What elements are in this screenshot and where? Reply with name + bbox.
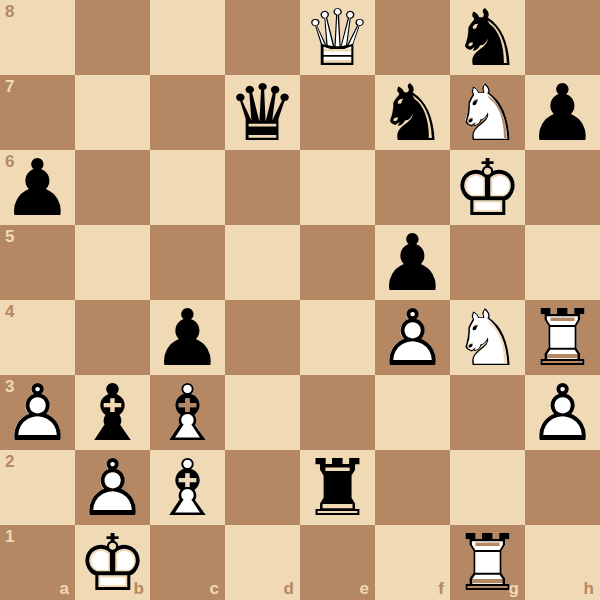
square-a2[interactable]: 2	[0, 450, 75, 525]
square-c3[interactable]: ♝♗	[150, 375, 225, 450]
white-knight-g7[interactable]: ♞♘	[450, 75, 525, 150]
square-g3[interactable]	[450, 375, 525, 450]
square-b6[interactable]	[75, 150, 150, 225]
piece-fill-glyph: ♟	[0, 150, 75, 225]
square-c2[interactable]: ♝♗	[150, 450, 225, 525]
rank-label-7: 7	[5, 78, 14, 95]
white-pawn-f4[interactable]: ♟♙	[375, 300, 450, 375]
square-c5[interactable]	[150, 225, 225, 300]
square-h3[interactable]: ♟♙	[525, 375, 600, 450]
square-h5[interactable]	[525, 225, 600, 300]
black-bishop-b3[interactable]: ♝	[75, 375, 150, 450]
square-e3[interactable]	[300, 375, 375, 450]
square-e8[interactable]: ♛♕	[300, 0, 375, 75]
square-b3[interactable]: ♝	[75, 375, 150, 450]
piece-outline-glyph: ♙	[375, 300, 450, 375]
rank-label-5: 5	[5, 228, 14, 245]
square-f1[interactable]: f	[375, 525, 450, 600]
piece-outline-glyph: ♖	[525, 300, 600, 375]
square-g2[interactable]	[450, 450, 525, 525]
square-e7[interactable]	[300, 75, 375, 150]
file-label-d: d	[284, 580, 294, 597]
square-a3[interactable]: 3♟♙	[0, 375, 75, 450]
square-g6[interactable]: ♚♔	[450, 150, 525, 225]
file-label-a: a	[60, 580, 69, 597]
square-e6[interactable]	[300, 150, 375, 225]
square-a4[interactable]: 4	[0, 300, 75, 375]
rank-label-1: 1	[5, 528, 14, 545]
black-rook-e2[interactable]: ♜	[300, 450, 375, 525]
black-pawn-a6[interactable]: ♟	[0, 150, 75, 225]
white-bishop-c3[interactable]: ♝♗	[150, 375, 225, 450]
file-label-c: c	[210, 580, 219, 597]
square-a1[interactable]: 1a	[0, 525, 75, 600]
piece-outline-glyph: ♔	[75, 525, 150, 600]
square-e4[interactable]	[300, 300, 375, 375]
square-d3[interactable]	[225, 375, 300, 450]
white-pawn-h3[interactable]: ♟♙	[525, 375, 600, 450]
black-pawn-c4[interactable]: ♟	[150, 300, 225, 375]
square-e5[interactable]	[300, 225, 375, 300]
piece-outline-glyph: ♕	[300, 0, 375, 75]
rank-label-4: 4	[5, 303, 14, 320]
square-h2[interactable]	[525, 450, 600, 525]
square-d1[interactable]: d	[225, 525, 300, 600]
black-pawn-h7[interactable]: ♟	[525, 75, 600, 150]
square-f3[interactable]	[375, 375, 450, 450]
black-knight-g8[interactable]: ♞	[450, 0, 525, 75]
piece-outline-glyph: ♔	[450, 150, 525, 225]
square-b2[interactable]: ♟♙	[75, 450, 150, 525]
piece-outline-glyph: ♙	[0, 375, 75, 450]
square-g1[interactable]: g♜♖	[450, 525, 525, 600]
piece-outline-glyph: ♗	[150, 375, 225, 450]
rank-label-2: 2	[5, 453, 14, 470]
square-d2[interactable]	[225, 450, 300, 525]
piece-outline-glyph: ♖	[450, 525, 525, 600]
square-b5[interactable]	[75, 225, 150, 300]
piece-fill-glyph: ♜	[300, 450, 375, 525]
piece-outline-glyph: ♗	[150, 450, 225, 525]
square-h6[interactable]	[525, 150, 600, 225]
square-d4[interactable]	[225, 300, 300, 375]
piece-fill-glyph: ♟	[525, 75, 600, 150]
square-a5[interactable]: 5	[0, 225, 75, 300]
white-king-g6[interactable]: ♚♔	[450, 150, 525, 225]
rank-label-8: 8	[5, 3, 14, 20]
square-f6[interactable]	[375, 150, 450, 225]
square-b1[interactable]: b♚♔	[75, 525, 150, 600]
square-f4[interactable]: ♟♙	[375, 300, 450, 375]
piece-fill-glyph: ♞	[450, 0, 525, 75]
square-f7[interactable]: ♞	[375, 75, 450, 150]
square-g5[interactable]	[450, 225, 525, 300]
white-king-b1[interactable]: ♚♔	[75, 525, 150, 600]
piece-outline-glyph: ♘	[450, 75, 525, 150]
black-queen-d7[interactable]: ♛	[225, 75, 300, 150]
square-h1[interactable]: h	[525, 525, 600, 600]
square-d8[interactable]	[225, 0, 300, 75]
square-h7[interactable]: ♟	[525, 75, 600, 150]
square-c6[interactable]	[150, 150, 225, 225]
square-f2[interactable]	[375, 450, 450, 525]
square-d6[interactable]	[225, 150, 300, 225]
file-label-f: f	[438, 580, 444, 597]
square-b7[interactable]	[75, 75, 150, 150]
piece-fill-glyph: ♟	[375, 225, 450, 300]
square-b8[interactable]	[75, 0, 150, 75]
white-knight-g4[interactable]: ♞♘	[450, 300, 525, 375]
square-e1[interactable]: e	[300, 525, 375, 600]
white-bishop-c2[interactable]: ♝♗	[150, 450, 225, 525]
square-h8[interactable]	[525, 0, 600, 75]
piece-fill-glyph: ♛	[225, 75, 300, 150]
square-c1[interactable]: c	[150, 525, 225, 600]
square-g4[interactable]: ♞♘	[450, 300, 525, 375]
piece-outline-glyph: ♙	[525, 375, 600, 450]
white-rook-g1[interactable]: ♜♖	[450, 525, 525, 600]
square-e2[interactable]: ♜	[300, 450, 375, 525]
white-rook-h4[interactable]: ♜♖	[525, 300, 600, 375]
white-pawn-b2[interactable]: ♟♙	[75, 450, 150, 525]
square-c7[interactable]	[150, 75, 225, 150]
square-f8[interactable]	[375, 0, 450, 75]
square-a8[interactable]: 8	[0, 0, 75, 75]
piece-fill-glyph: ♞	[375, 75, 450, 150]
square-g7[interactable]: ♞♘	[450, 75, 525, 150]
piece-outline-glyph: ♘	[450, 300, 525, 375]
square-c8[interactable]	[150, 0, 225, 75]
square-b4[interactable]	[75, 300, 150, 375]
black-pawn-f5[interactable]: ♟	[375, 225, 450, 300]
white-pawn-a3[interactable]: ♟♙	[0, 375, 75, 450]
piece-outline-glyph: ♙	[75, 450, 150, 525]
square-a7[interactable]: 7	[0, 75, 75, 150]
white-queen-e8[interactable]: ♛♕	[300, 0, 375, 75]
square-h4[interactable]: ♜♖	[525, 300, 600, 375]
piece-fill-glyph: ♟	[150, 300, 225, 375]
square-d7[interactable]: ♛	[225, 75, 300, 150]
square-d5[interactable]	[225, 225, 300, 300]
chess-board: 8♛♕♞7♛♞♞♘♟6♟♚♔5♟4♟♟♙♞♘♜♖3♟♙♝♝♗♟♙2♟♙♝♗♜1a…	[0, 0, 600, 600]
black-knight-f7[interactable]: ♞	[375, 75, 450, 150]
square-g8[interactable]: ♞	[450, 0, 525, 75]
square-c4[interactable]: ♟	[150, 300, 225, 375]
square-a6[interactable]: 6♟	[0, 150, 75, 225]
file-label-e: e	[360, 580, 369, 597]
piece-fill-glyph: ♝	[75, 375, 150, 450]
file-label-h: h	[584, 580, 594, 597]
square-f5[interactable]: ♟	[375, 225, 450, 300]
